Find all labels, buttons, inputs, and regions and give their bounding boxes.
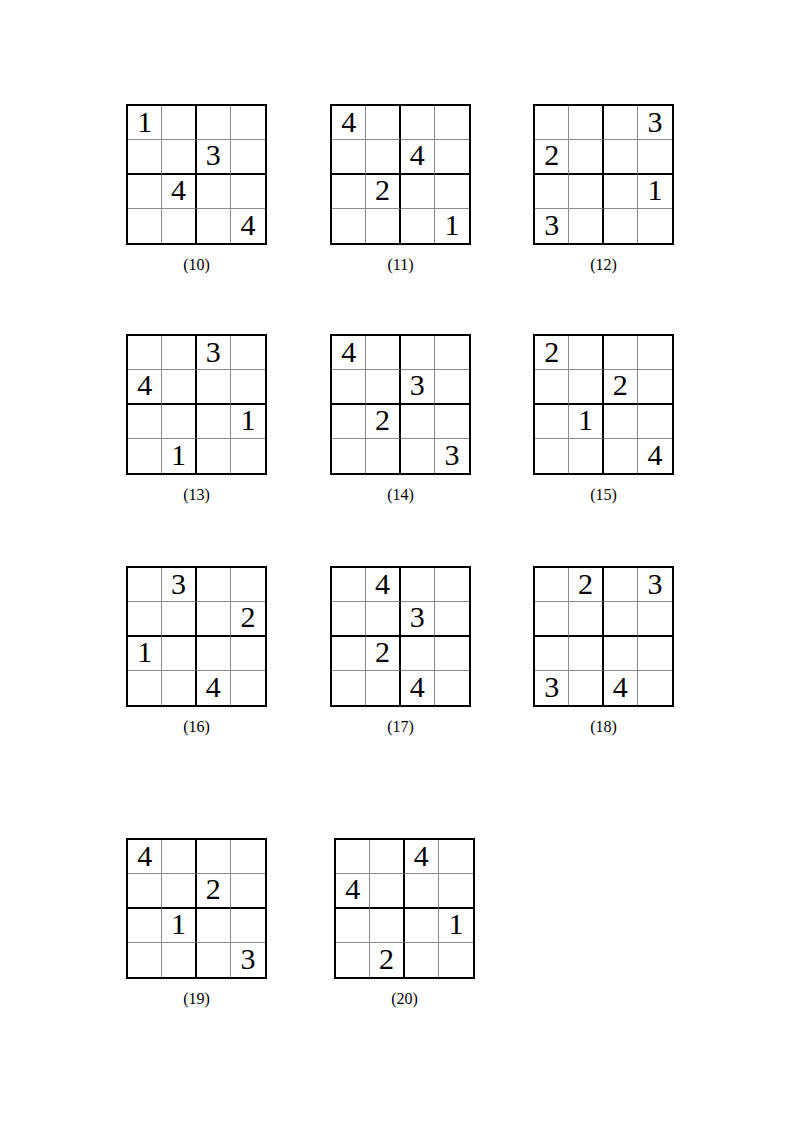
- puzzle-12-cell-r3c1[interactable]: [535, 175, 569, 209]
- puzzle-17-cell-r3c1[interactable]: [332, 637, 366, 671]
- puzzle-16-cell-r4c4[interactable]: [231, 671, 265, 705]
- puzzle-10-cell-r2c4[interactable]: [231, 140, 265, 174]
- puzzle-16: 3214 (16): [126, 566, 267, 737]
- puzzle-11-cell-r3c1[interactable]: [332, 175, 366, 209]
- puzzle-13-cell-r2c4[interactable]: [231, 370, 265, 404]
- puzzle-17-cell-r1c3[interactable]: [401, 568, 435, 602]
- puzzle-12-cell-r4c1[interactable]: 3: [535, 209, 569, 243]
- puzzle-12: 3213 (12): [533, 104, 674, 275]
- puzzle-12-caption: (12): [533, 255, 674, 275]
- puzzle-13-cell-r3c4[interactable]: 1: [231, 405, 265, 439]
- puzzle-13-cell-r2c2[interactable]: [162, 370, 196, 404]
- puzzle-16-cell-r4c2[interactable]: [162, 671, 196, 705]
- puzzle-10-caption: (10): [126, 255, 267, 275]
- puzzle-13-cell-r4c3[interactable]: [197, 439, 231, 473]
- puzzle-20-cell-r2c4[interactable]: [439, 874, 473, 908]
- puzzle-10-cell-r4c1[interactable]: [128, 209, 162, 243]
- puzzle-20-cell-r1c4[interactable]: [439, 840, 473, 874]
- puzzle-10-cell-r1c4[interactable]: [231, 106, 265, 140]
- puzzle-15-caption: (15): [533, 485, 674, 505]
- puzzle-14-cell-r3c1[interactable]: [332, 405, 366, 439]
- puzzle-16-cell-r1c4[interactable]: [231, 568, 265, 602]
- puzzle-17-cell-r4c3[interactable]: 4: [401, 671, 435, 705]
- puzzle-20-cell-r4c4[interactable]: [439, 943, 473, 977]
- puzzle-15-cell-r3c2[interactable]: 1: [569, 405, 603, 439]
- puzzle-14-cell-r1c3[interactable]: [401, 336, 435, 370]
- puzzle-20-cell-r1c1[interactable]: [336, 840, 370, 874]
- puzzle-18-cell-r2c4[interactable]: [638, 602, 672, 636]
- puzzle-14-cell-r1c2[interactable]: [366, 336, 400, 370]
- puzzle-17-cell-r2c2[interactable]: [366, 602, 400, 636]
- puzzle-19-cell-r4c1[interactable]: [128, 943, 162, 977]
- puzzle-16-cell-r3c1[interactable]: 1: [128, 637, 162, 671]
- puzzle-15-cell-r4c4[interactable]: 4: [638, 439, 672, 473]
- puzzle-14: 4323 (14): [330, 334, 471, 505]
- puzzle-18-cell-r4c1[interactable]: 3: [535, 671, 569, 705]
- puzzle-12-cell-r1c4[interactable]: 3: [638, 106, 672, 140]
- puzzle-14-cell-r4c3[interactable]: [401, 439, 435, 473]
- puzzle-18-cell-r3c3[interactable]: [604, 637, 638, 671]
- puzzle-12-cell-r4c4[interactable]: [638, 209, 672, 243]
- puzzle-12-cell-r2c3[interactable]: [604, 140, 638, 174]
- puzzle-19-cell-r1c4[interactable]: [231, 840, 265, 874]
- puzzle-13-cell-r2c1[interactable]: 4: [128, 370, 162, 404]
- puzzle-10-cell-r1c3[interactable]: [197, 106, 231, 140]
- puzzle-17-cell-r4c2[interactable]: [366, 671, 400, 705]
- puzzle-10-cell-r4c2[interactable]: [162, 209, 196, 243]
- puzzle-18-cell-r2c2[interactable]: [569, 602, 603, 636]
- puzzle-18-cell-r2c1[interactable]: [535, 602, 569, 636]
- puzzle-10-cell-r3c1[interactable]: [128, 175, 162, 209]
- puzzle-13-cell-r1c3[interactable]: 3: [197, 336, 231, 370]
- puzzle-10-cell-r2c2[interactable]: [162, 140, 196, 174]
- puzzle-11-cell-r1c1[interactable]: 4: [332, 106, 366, 140]
- puzzle-12-board: 3213: [533, 104, 674, 245]
- puzzle-11: 4421 (11): [330, 104, 471, 275]
- puzzle-20-caption: (20): [334, 989, 475, 1009]
- puzzle-13-cell-r4c2[interactable]: 1: [162, 439, 196, 473]
- puzzle-18-cell-r4c2[interactable]: [569, 671, 603, 705]
- puzzle-13-cell-r2c3[interactable]: [197, 370, 231, 404]
- puzzle-15-cell-r3c3[interactable]: [604, 405, 638, 439]
- puzzle-17-cell-r1c1[interactable]: [332, 568, 366, 602]
- puzzle-19-cell-r2c4[interactable]: [231, 874, 265, 908]
- puzzle-16-cell-r4c1[interactable]: [128, 671, 162, 705]
- puzzle-19-cell-r2c1[interactable]: [128, 874, 162, 908]
- puzzle-12-cell-r4c3[interactable]: [604, 209, 638, 243]
- puzzle-14-cell-r2c1[interactable]: [332, 370, 366, 404]
- puzzle-18-cell-r3c1[interactable]: [535, 637, 569, 671]
- puzzle-10-cell-r1c1[interactable]: 1: [128, 106, 162, 140]
- puzzle-12-cell-r1c2[interactable]: [569, 106, 603, 140]
- puzzle-19-cell-r2c2[interactable]: [162, 874, 196, 908]
- puzzle-10: 1344 (10): [126, 104, 267, 275]
- puzzle-17-cell-r4c4[interactable]: [435, 671, 469, 705]
- puzzle-13-cell-r3c1[interactable]: [128, 405, 162, 439]
- puzzle-18-cell-r1c2[interactable]: 2: [569, 568, 603, 602]
- puzzle-14-cell-r2c4[interactable]: [435, 370, 469, 404]
- puzzle-17-cell-r2c4[interactable]: [435, 602, 469, 636]
- puzzle-17-cell-r2c3[interactable]: 3: [401, 602, 435, 636]
- puzzle-16-cell-r2c2[interactable]: [162, 602, 196, 636]
- puzzle-20-cell-r4c1[interactable]: [336, 943, 370, 977]
- puzzle-13-cell-r3c2[interactable]: [162, 405, 196, 439]
- puzzle-20-cell-r4c3[interactable]: [405, 943, 439, 977]
- puzzle-11-cell-r1c4[interactable]: [435, 106, 469, 140]
- puzzle-18-cell-r1c1[interactable]: [535, 568, 569, 602]
- puzzle-20-cell-r4c2[interactable]: 2: [370, 943, 404, 977]
- puzzle-17-cell-r3c2[interactable]: 2: [366, 637, 400, 671]
- puzzle-14-cell-r3c3[interactable]: [401, 405, 435, 439]
- puzzle-20-cell-r2c3[interactable]: [405, 874, 439, 908]
- puzzle-20-cell-r1c3[interactable]: 4: [405, 840, 439, 874]
- puzzle-10-board: 1344: [126, 104, 267, 245]
- puzzle-16-cell-r1c3[interactable]: [197, 568, 231, 602]
- puzzle-18-cell-r1c3[interactable]: [604, 568, 638, 602]
- puzzle-15-cell-r2c4[interactable]: [638, 370, 672, 404]
- puzzle-16-cell-r3c3[interactable]: [197, 637, 231, 671]
- puzzle-10-cell-r4c4[interactable]: 4: [231, 209, 265, 243]
- puzzle-12-cell-r3c4[interactable]: 1: [638, 175, 672, 209]
- puzzle-20-cell-r2c1[interactable]: 4: [336, 874, 370, 908]
- puzzle-19-cell-r2c3[interactable]: 2: [197, 874, 231, 908]
- puzzle-11-cell-r1c3[interactable]: [401, 106, 435, 140]
- puzzle-10-cell-r4c3[interactable]: [197, 209, 231, 243]
- puzzle-19-cell-r3c3[interactable]: [197, 909, 231, 943]
- puzzle-11-cell-r4c2[interactable]: [366, 209, 400, 243]
- puzzle-19-cell-r3c2[interactable]: 1: [162, 909, 196, 943]
- puzzle-10-cell-r3c2[interactable]: 4: [162, 175, 196, 209]
- puzzle-16-cell-r4c3[interactable]: 4: [197, 671, 231, 705]
- puzzle-19-cell-r4c3[interactable]: [197, 943, 231, 977]
- puzzle-14-cell-r2c3[interactable]: 3: [401, 370, 435, 404]
- puzzle-17-cell-r1c4[interactable]: [435, 568, 469, 602]
- puzzle-12-cell-r4c2[interactable]: [569, 209, 603, 243]
- puzzle-20-cell-r2c2[interactable]: [370, 874, 404, 908]
- puzzle-10-cell-r2c1[interactable]: [128, 140, 162, 174]
- puzzle-16-cell-r2c3[interactable]: [197, 602, 231, 636]
- puzzle-13-cell-r3c3[interactable]: [197, 405, 231, 439]
- puzzle-20: 4412 (20): [334, 838, 475, 1009]
- puzzle-18-cell-r1c4[interactable]: 3: [638, 568, 672, 602]
- puzzle-11-cell-r3c3[interactable]: [401, 175, 435, 209]
- puzzle-17-cell-r4c1[interactable]: [332, 671, 366, 705]
- puzzle-16-cell-r3c2[interactable]: [162, 637, 196, 671]
- puzzle-15-cell-r1c4[interactable]: [638, 336, 672, 370]
- puzzle-15-cell-r3c1[interactable]: [535, 405, 569, 439]
- puzzle-16-cell-r3c4[interactable]: [231, 637, 265, 671]
- puzzle-15: 2214 (15): [533, 334, 674, 505]
- puzzle-15-cell-r1c2[interactable]: [569, 336, 603, 370]
- puzzle-13-cell-r4c1[interactable]: [128, 439, 162, 473]
- puzzle-12-cell-r3c2[interactable]: [569, 175, 603, 209]
- puzzle-20-cell-r1c2[interactable]: [370, 840, 404, 874]
- puzzle-11-cell-r3c4[interactable]: [435, 175, 469, 209]
- puzzle-18-cell-r2c3[interactable]: [604, 602, 638, 636]
- puzzle-17-cell-r1c2[interactable]: 4: [366, 568, 400, 602]
- puzzle-20-board: 4412: [334, 838, 475, 979]
- puzzle-12-cell-r1c3[interactable]: [604, 106, 638, 140]
- puzzle-18-cell-r3c4[interactable]: [638, 637, 672, 671]
- puzzle-11-cell-r3c2[interactable]: 2: [366, 175, 400, 209]
- puzzle-19-board: 4213: [126, 838, 267, 979]
- puzzle-11-cell-r4c4[interactable]: 1: [435, 209, 469, 243]
- puzzle-11-cell-r1c2[interactable]: [366, 106, 400, 140]
- puzzle-19: 4213 (19): [126, 838, 267, 1009]
- puzzle-15-cell-r2c3[interactable]: 2: [604, 370, 638, 404]
- puzzle-17-cell-r3c3[interactable]: [401, 637, 435, 671]
- puzzle-15-board: 2214: [533, 334, 674, 475]
- puzzle-18: 2334 (18): [533, 566, 674, 737]
- puzzle-14-cell-r4c1[interactable]: [332, 439, 366, 473]
- puzzle-14-caption: (14): [330, 485, 471, 505]
- puzzle-18-cell-r3c2[interactable]: [569, 637, 603, 671]
- puzzle-20-cell-r3c4[interactable]: 1: [439, 909, 473, 943]
- puzzle-16-cell-r1c2[interactable]: 3: [162, 568, 196, 602]
- puzzle-15-cell-r2c1[interactable]: [535, 370, 569, 404]
- puzzle-13: 3411 (13): [126, 334, 267, 505]
- puzzle-15-cell-r1c1[interactable]: 2: [535, 336, 569, 370]
- puzzle-10-cell-r3c4[interactable]: [231, 175, 265, 209]
- puzzle-13-caption: (13): [126, 485, 267, 505]
- puzzle-11-cell-r4c1[interactable]: [332, 209, 366, 243]
- puzzle-14-cell-r1c1[interactable]: 4: [332, 336, 366, 370]
- puzzle-13-cell-r4c4[interactable]: [231, 439, 265, 473]
- puzzle-12-cell-r2c2[interactable]: [569, 140, 603, 174]
- puzzle-19-cell-r1c2[interactable]: [162, 840, 196, 874]
- puzzle-19-cell-r1c1[interactable]: 4: [128, 840, 162, 874]
- puzzle-14-board: 4323: [330, 334, 471, 475]
- puzzle-15-cell-r4c1[interactable]: [535, 439, 569, 473]
- puzzle-18-board: 2334: [533, 566, 674, 707]
- puzzle-17-cell-r2c1[interactable]: [332, 602, 366, 636]
- puzzle-11-caption: (11): [330, 255, 471, 275]
- puzzle-19-cell-r3c4[interactable]: [231, 909, 265, 943]
- puzzle-11-cell-r2c4[interactable]: [435, 140, 469, 174]
- puzzle-20-cell-r3c3[interactable]: [405, 909, 439, 943]
- puzzle-19-cell-r4c2[interactable]: [162, 943, 196, 977]
- puzzle-16-cell-r2c4[interactable]: 2: [231, 602, 265, 636]
- puzzle-14-cell-r3c2[interactable]: 2: [366, 405, 400, 439]
- puzzle-16-cell-r1c1[interactable]: [128, 568, 162, 602]
- puzzle-13-cell-r1c2[interactable]: [162, 336, 196, 370]
- puzzle-11-board: 4421: [330, 104, 471, 245]
- puzzle-12-cell-r1c1[interactable]: [535, 106, 569, 140]
- puzzle-10-cell-r2c3[interactable]: 3: [197, 140, 231, 174]
- puzzle-15-cell-r1c3[interactable]: [604, 336, 638, 370]
- puzzle-15-cell-r4c2[interactable]: [569, 439, 603, 473]
- puzzle-17: 4324 (17): [330, 566, 471, 737]
- worksheet-page: 1344 (10) 4421 (11) 3213 (12) 3411 (13) …: [0, 0, 800, 1132]
- puzzle-15-cell-r4c3[interactable]: [604, 439, 638, 473]
- puzzle-16-caption: (16): [126, 717, 267, 737]
- puzzle-15-cell-r2c2[interactable]: [569, 370, 603, 404]
- puzzle-14-cell-r2c2[interactable]: [366, 370, 400, 404]
- puzzle-17-board: 4324: [330, 566, 471, 707]
- puzzle-17-cell-r3c4[interactable]: [435, 637, 469, 671]
- puzzle-14-cell-r4c2[interactable]: [366, 439, 400, 473]
- puzzle-12-cell-r2c1[interactable]: 2: [535, 140, 569, 174]
- puzzle-18-cell-r4c4[interactable]: [638, 671, 672, 705]
- puzzle-18-caption: (18): [533, 717, 674, 737]
- puzzle-14-cell-r4c4[interactable]: 3: [435, 439, 469, 473]
- puzzle-19-caption: (19): [126, 989, 267, 1009]
- puzzle-12-cell-r2c4[interactable]: [638, 140, 672, 174]
- puzzle-20-cell-r3c2[interactable]: [370, 909, 404, 943]
- puzzle-10-cell-r1c2[interactable]: [162, 106, 196, 140]
- puzzle-11-cell-r2c3[interactable]: 4: [401, 140, 435, 174]
- puzzle-20-cell-r3c1[interactable]: [336, 909, 370, 943]
- puzzle-11-cell-r2c1[interactable]: [332, 140, 366, 174]
- puzzle-14-cell-r3c4[interactable]: [435, 405, 469, 439]
- puzzle-13-board: 3411: [126, 334, 267, 475]
- puzzle-12-cell-r3c3[interactable]: [604, 175, 638, 209]
- puzzle-19-cell-r1c3[interactable]: [197, 840, 231, 874]
- puzzle-18-cell-r4c3[interactable]: 4: [604, 671, 638, 705]
- puzzle-14-cell-r1c4[interactable]: [435, 336, 469, 370]
- puzzle-16-cell-r2c1[interactable]: [128, 602, 162, 636]
- puzzle-13-cell-r1c1[interactable]: [128, 336, 162, 370]
- puzzle-19-cell-r4c4[interactable]: 3: [231, 943, 265, 977]
- puzzle-10-cell-r3c3[interactable]: [197, 175, 231, 209]
- puzzle-17-caption: (17): [330, 717, 471, 737]
- puzzle-19-cell-r3c1[interactable]: [128, 909, 162, 943]
- puzzle-11-cell-r2c2[interactable]: [366, 140, 400, 174]
- puzzle-13-cell-r1c4[interactable]: [231, 336, 265, 370]
- puzzle-16-board: 3214: [126, 566, 267, 707]
- puzzle-11-cell-r4c3[interactable]: [401, 209, 435, 243]
- puzzle-15-cell-r3c4[interactable]: [638, 405, 672, 439]
